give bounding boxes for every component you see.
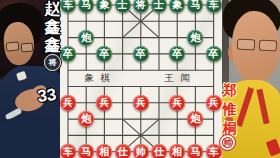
right-player-glasses: [259, 40, 278, 52]
xiangqi-board: 象 棋 王 闻 车马象士将士象马车炮炮卒卒卒卒卒兵兵兵兵兵炮炮车马相仕帅仕相马车: [60, 0, 222, 158]
red-piece-兵: 兵: [169, 95, 185, 111]
player-name-char: 赵: [45, 0, 61, 18]
black-piece-炮: 炮: [78, 30, 94, 46]
black-general-badge-icon: 将: [44, 54, 61, 71]
red-piece-兵: 兵: [206, 95, 222, 111]
right-player-name: 郑惟桐: [221, 81, 238, 138]
red-piece-相: 相: [96, 144, 112, 158]
red-piece-仕: 仕: [151, 144, 167, 158]
black-piece-士: 士: [115, 0, 131, 13]
black-piece-卒: 卒: [133, 46, 149, 62]
black-piece-炮: 炮: [187, 30, 203, 46]
black-piece-卒: 卒: [60, 46, 76, 62]
red-piece-兵: 兵: [133, 95, 149, 111]
red-piece-车: 车: [60, 144, 76, 158]
right-player-glasses: [237, 39, 256, 51]
video-frame: 象 棋 王 闻 车马象士将士象马车炮炮卒卒卒卒卒兵兵兵兵兵炮炮车马相仕帅仕相马车…: [0, 0, 280, 158]
red-piece-仕: 仕: [115, 144, 131, 158]
left-player-glasses: [6, 41, 20, 51]
black-piece-车: 车: [206, 0, 222, 13]
left-player-name: 赵鑫鑫: [43, 0, 62, 54]
red-piece-马: 马: [187, 144, 203, 158]
red-piece-马: 马: [78, 144, 94, 158]
player-name-char: 鑫: [45, 36, 61, 54]
red-general-badge-icon: 帅: [219, 134, 236, 151]
red-piece-帅: 帅: [133, 144, 149, 158]
player-name-char: 鑫: [45, 18, 61, 36]
red-piece-相: 相: [169, 144, 185, 158]
river-text-right: 王 闻: [153, 71, 203, 86]
left-player-glasses: [21, 42, 34, 52]
player-name-char: 郑: [223, 81, 237, 100]
red-piece-兵: 兵: [60, 95, 76, 111]
river-text-left: 象 棋: [73, 71, 123, 86]
black-piece-卒: 卒: [206, 46, 222, 62]
black-piece-卒: 卒: [169, 46, 185, 62]
player-name-char: 惟: [223, 100, 237, 119]
left-number-label: 33: [32, 84, 62, 107]
